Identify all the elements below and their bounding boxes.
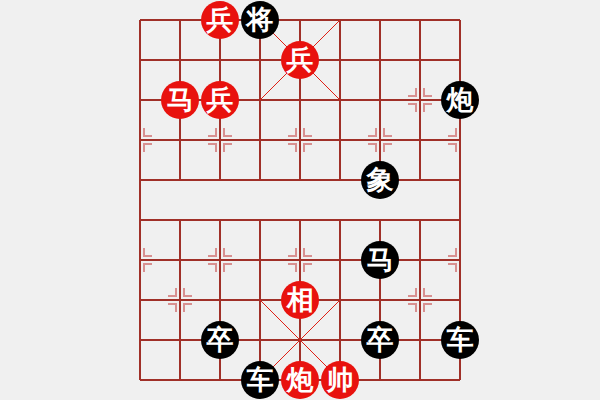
piece-black-elephant[interactable]: 象 [361, 161, 399, 199]
board-cell: 帅 [320, 360, 360, 400]
board-cell: 马 [160, 80, 200, 120]
board-cell: 车 [240, 360, 280, 400]
board-cell: 象 [360, 160, 400, 200]
piece-black-cannon[interactable]: 炮 [441, 81, 479, 119]
xiangqi-board: 兵将兵马兵炮象马相卒卒车车炮帅 [120, 0, 480, 400]
board-cell: 炮 [280, 360, 320, 400]
piece-red-soldier[interactable]: 兵 [201, 1, 239, 39]
board-cell: 兵 [280, 40, 320, 80]
piece-red-cannon[interactable]: 炮 [281, 361, 319, 399]
board-cell: 卒 [200, 320, 240, 360]
piece-black-horse[interactable]: 马 [361, 241, 399, 279]
piece-red-elephant[interactable]: 相 [281, 281, 319, 319]
piece-black-soldier[interactable]: 卒 [361, 321, 399, 359]
piece-black-chariot[interactable]: 车 [441, 321, 479, 359]
board-cell: 车 [440, 320, 480, 360]
xiangqi-diagram: 兵将兵马兵炮象马相卒卒车车炮帅 [0, 0, 600, 400]
piece-red-general[interactable]: 帅 [321, 361, 359, 399]
board-cell: 马 [360, 240, 400, 280]
piece-red-horse[interactable]: 马 [161, 81, 199, 119]
piece-black-soldier[interactable]: 卒 [201, 321, 239, 359]
board-cell: 将 [240, 0, 280, 40]
board-cell: 相 [280, 280, 320, 320]
piece-black-chariot[interactable]: 车 [241, 361, 279, 399]
piece-black-general[interactable]: 将 [241, 1, 279, 39]
board-cell: 炮 [440, 80, 480, 120]
board-cell: 兵 [200, 0, 240, 40]
board-cell: 兵 [200, 80, 240, 120]
piece-red-soldier[interactable]: 兵 [281, 41, 319, 79]
piece-red-soldier[interactable]: 兵 [201, 81, 239, 119]
board-cell: 卒 [360, 320, 400, 360]
